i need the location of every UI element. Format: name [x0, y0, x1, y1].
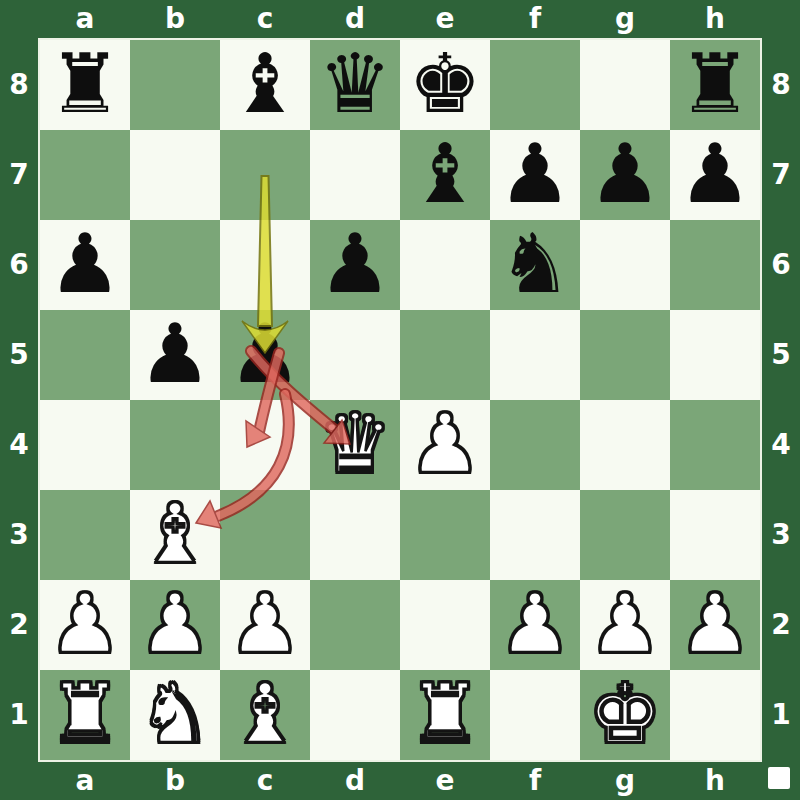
square-d7[interactable]: [310, 130, 400, 220]
piece-white-pawn[interactable]: ♟: [670, 580, 760, 670]
square-c1[interactable]: ♝: [220, 670, 310, 760]
piece-black-pawn[interactable]: ♟: [40, 220, 130, 310]
piece-black-pawn[interactable]: ♟: [580, 130, 670, 220]
square-a1[interactable]: ♜: [40, 670, 130, 760]
square-a8[interactable]: ♜: [40, 40, 130, 130]
square-e1[interactable]: ♜: [400, 670, 490, 760]
rank-label-1-right: 1: [762, 670, 800, 760]
file-label-d-bottom: d: [310, 762, 400, 800]
square-a4[interactable]: [40, 400, 130, 490]
square-f6[interactable]: ♞: [490, 220, 580, 310]
square-e7[interactable]: ♝: [400, 130, 490, 220]
square-f7[interactable]: ♟: [490, 130, 580, 220]
rank-label-8-left: 8: [0, 40, 38, 130]
square-g3[interactable]: [580, 490, 670, 580]
square-f1[interactable]: [490, 670, 580, 760]
square-b7[interactable]: [130, 130, 220, 220]
file-label-g-bottom: g: [580, 762, 670, 800]
piece-black-knight[interactable]: ♞: [490, 220, 580, 310]
square-b6[interactable]: [130, 220, 220, 310]
piece-black-bishop[interactable]: ♝: [220, 40, 310, 130]
square-e3[interactable]: [400, 490, 490, 580]
piece-white-pawn[interactable]: ♟: [40, 580, 130, 670]
square-d6[interactable]: ♟: [310, 220, 400, 310]
file-label-g-top: g: [580, 0, 670, 38]
piece-black-bishop[interactable]: ♝: [400, 130, 490, 220]
rank-label-5-left: 5: [0, 310, 38, 400]
square-e5[interactable]: [400, 310, 490, 400]
square-f8[interactable]: [490, 40, 580, 130]
file-label-a-top: a: [40, 0, 130, 38]
square-f5[interactable]: [490, 310, 580, 400]
piece-white-pawn[interactable]: ♟: [400, 400, 490, 490]
piece-white-pawn[interactable]: ♟: [220, 580, 310, 670]
square-d5[interactable]: [310, 310, 400, 400]
square-b8[interactable]: [130, 40, 220, 130]
square-h3[interactable]: [670, 490, 760, 580]
square-d3[interactable]: [310, 490, 400, 580]
rank-label-4-right: 4: [762, 400, 800, 490]
white-to-move-indicator: [768, 767, 790, 789]
square-f3[interactable]: [490, 490, 580, 580]
rank-label-2-left: 2: [0, 580, 38, 670]
file-label-e-top: e: [400, 0, 490, 38]
square-h7[interactable]: ♟: [670, 130, 760, 220]
piece-black-pawn[interactable]: ♟: [670, 130, 760, 220]
piece-black-pawn[interactable]: ♟: [490, 130, 580, 220]
file-label-c-top: c: [220, 0, 310, 38]
square-g7[interactable]: ♟: [580, 130, 670, 220]
piece-white-pawn[interactable]: ♟: [490, 580, 580, 670]
square-c5[interactable]: ♟: [220, 310, 310, 400]
piece-white-king[interactable]: ♚: [580, 670, 670, 760]
square-a3[interactable]: [40, 490, 130, 580]
file-label-h-top: h: [670, 0, 760, 38]
piece-white-rook[interactable]: ♜: [400, 670, 490, 760]
rank-label-2-right: 2: [762, 580, 800, 670]
square-a7[interactable]: [40, 130, 130, 220]
square-c2[interactable]: ♟: [220, 580, 310, 670]
piece-black-pawn[interactable]: ♟: [130, 310, 220, 400]
piece-white-knight[interactable]: ♞: [130, 670, 220, 760]
rank-label-6-right: 6: [762, 220, 800, 310]
file-label-h-bottom: h: [670, 762, 760, 800]
board: ♜♝♛♚♜♝♟♟♟♟♟♞♟♟♛♟♝♟♟♟♟♟♟♜♞♝♜♚: [40, 40, 760, 760]
square-e8[interactable]: ♚: [400, 40, 490, 130]
rank-label-3-right: 3: [762, 490, 800, 580]
square-b4[interactable]: [130, 400, 220, 490]
rank-label-5-right: 5: [762, 310, 800, 400]
square-d1[interactable]: [310, 670, 400, 760]
square-d4[interactable]: ♛: [310, 400, 400, 490]
file-label-f-bottom: f: [490, 762, 580, 800]
file-label-b-top: b: [130, 0, 220, 38]
piece-black-rook[interactable]: ♜: [40, 40, 130, 130]
piece-black-queen[interactable]: ♛: [310, 40, 400, 130]
piece-black-king[interactable]: ♚: [400, 40, 490, 130]
rank-label-7-right: 7: [762, 130, 800, 220]
square-h6[interactable]: [670, 220, 760, 310]
square-e4[interactable]: ♟: [400, 400, 490, 490]
square-e6[interactable]: [400, 220, 490, 310]
piece-white-queen[interactable]: ♛: [310, 400, 400, 490]
piece-white-pawn[interactable]: ♟: [580, 580, 670, 670]
chess-diagram: ♜♝♛♚♜♝♟♟♟♟♟♞♟♟♛♟♝♟♟♟♟♟♟♜♞♝♜♚ aabbccddeef…: [0, 0, 800, 800]
file-label-e-bottom: e: [400, 762, 490, 800]
square-g4[interactable]: [580, 400, 670, 490]
file-label-a-bottom: a: [40, 762, 130, 800]
rank-label-6-left: 6: [0, 220, 38, 310]
square-g5[interactable]: [580, 310, 670, 400]
file-label-b-bottom: b: [130, 762, 220, 800]
piece-white-rook[interactable]: ♜: [40, 670, 130, 760]
square-g2[interactable]: ♟: [580, 580, 670, 670]
file-label-f-top: f: [490, 0, 580, 38]
square-b1[interactable]: ♞: [130, 670, 220, 760]
piece-white-bishop[interactable]: ♝: [220, 670, 310, 760]
rank-label-4-left: 4: [0, 400, 38, 490]
square-b3[interactable]: ♝: [130, 490, 220, 580]
square-h5[interactable]: [670, 310, 760, 400]
square-g1[interactable]: ♚: [580, 670, 670, 760]
square-d2[interactable]: [310, 580, 400, 670]
square-c8[interactable]: ♝: [220, 40, 310, 130]
rank-label-1-left: 1: [0, 670, 38, 760]
square-h1[interactable]: [670, 670, 760, 760]
piece-black-pawn[interactable]: ♟: [220, 310, 310, 400]
file-label-c-bottom: c: [220, 762, 310, 800]
square-b5[interactable]: ♟: [130, 310, 220, 400]
square-g8[interactable]: [580, 40, 670, 130]
square-h8[interactable]: ♜: [670, 40, 760, 130]
square-c7[interactable]: [220, 130, 310, 220]
square-c6[interactable]: [220, 220, 310, 310]
board-border: ♜♝♛♚♜♝♟♟♟♟♟♞♟♟♛♟♝♟♟♟♟♟♟♜♞♝♜♚: [38, 38, 762, 762]
square-c4[interactable]: [220, 400, 310, 490]
piece-black-pawn[interactable]: ♟: [310, 220, 400, 310]
square-g6[interactable]: [580, 220, 670, 310]
square-a6[interactable]: ♟: [40, 220, 130, 310]
square-b2[interactable]: ♟: [130, 580, 220, 670]
square-a2[interactable]: ♟: [40, 580, 130, 670]
square-f2[interactable]: ♟: [490, 580, 580, 670]
square-d8[interactable]: ♛: [310, 40, 400, 130]
rank-label-3-left: 3: [0, 490, 38, 580]
piece-black-rook[interactable]: ♜: [670, 40, 760, 130]
rank-label-7-left: 7: [0, 130, 38, 220]
square-e2[interactable]: [400, 580, 490, 670]
square-h4[interactable]: [670, 400, 760, 490]
square-h2[interactable]: ♟: [670, 580, 760, 670]
square-a5[interactable]: [40, 310, 130, 400]
piece-white-bishop[interactable]: ♝: [130, 490, 220, 580]
file-label-d-top: d: [310, 0, 400, 38]
square-f4[interactable]: [490, 400, 580, 490]
piece-white-pawn[interactable]: ♟: [130, 580, 220, 670]
square-c3[interactable]: [220, 490, 310, 580]
rank-label-8-right: 8: [762, 40, 800, 130]
